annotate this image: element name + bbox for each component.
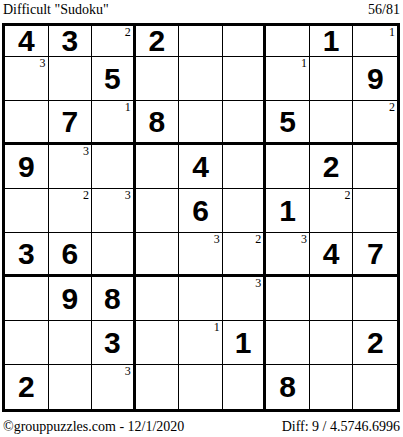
given-digit: 2: [323, 152, 340, 182]
given-digit: 6: [192, 196, 209, 226]
sudoku-cell-r3c1[interactable]: [5, 101, 49, 145]
sudoku-page: Difficult "Sudoku" 56/81 432211351971852…: [0, 0, 403, 437]
sudoku-cell-r6c6[interactable]: 2: [223, 233, 267, 277]
sudoku-cell-r4c7[interactable]: [266, 145, 310, 189]
given-digit: 6: [61, 239, 78, 269]
given-digit: 8: [279, 372, 296, 402]
sudoku-cell-r3c4[interactable]: 8: [136, 101, 180, 145]
sudoku-cell-r5c7[interactable]: 1: [266, 189, 310, 233]
sudoku-cell-r5c4[interactable]: [136, 189, 180, 233]
pencil-mark: 1: [214, 321, 220, 334]
sudoku-cell-r3c9[interactable]: 2: [353, 101, 397, 145]
sudoku-cell-r8c5[interactable]: 1: [179, 321, 223, 365]
pencil-mark: 2: [125, 26, 131, 39]
sudoku-cell-r9c7[interactable]: 8: [266, 365, 310, 409]
sudoku-cell-r2c9[interactable]: 9: [353, 57, 397, 101]
given-digit: 3: [61, 26, 78, 56]
sudoku-cell-r2c3[interactable]: 5: [92, 57, 136, 101]
sudoku-cell-r2c5[interactable]: [179, 57, 223, 101]
copyright-date-text: ©grouppuzzles.com - 12/1/2020: [3, 419, 184, 434]
sudoku-cell-r7c4[interactable]: [136, 277, 180, 321]
sudoku-cell-r5c2[interactable]: 2: [49, 189, 93, 233]
sudoku-cell-r8c7[interactable]: [266, 321, 310, 365]
sudoku-cell-r4c2[interactable]: 3: [49, 145, 93, 189]
sudoku-cell-r1c2[interactable]: 3: [49, 26, 93, 57]
given-digit: 2: [367, 328, 384, 358]
sudoku-cell-r1c3[interactable]: 2: [92, 26, 136, 57]
given-digit: 3: [18, 239, 35, 269]
sudoku-cell-r6c9[interactable]: 7: [353, 233, 397, 277]
sudoku-cell-r8c3[interactable]: 3: [92, 321, 136, 365]
remaining-counter: 56/81: [368, 2, 400, 18]
sudoku-cell-r5c3[interactable]: 3: [92, 189, 136, 233]
pencil-mark: 1: [389, 26, 395, 39]
sudoku-cell-r3c7[interactable]: 5: [266, 101, 310, 145]
sudoku-cell-r5c1[interactable]: [5, 189, 49, 233]
given-digit: 2: [149, 26, 166, 56]
sudoku-cell-r9c9[interactable]: [353, 365, 397, 409]
pencil-mark: 3: [214, 233, 220, 246]
pencil-mark: 2: [83, 189, 89, 202]
sudoku-cell-r9c2[interactable]: [49, 365, 93, 409]
pencil-mark: 3: [83, 145, 89, 158]
header: Difficult "Sudoku" 56/81: [3, 2, 400, 18]
sudoku-cell-r9c3[interactable]: 3: [92, 365, 136, 409]
pencil-mark: 1: [301, 57, 307, 70]
sudoku-cell-r3c6[interactable]: [223, 101, 267, 145]
sudoku-cell-r7c2[interactable]: 9: [49, 277, 93, 321]
pencil-mark: 2: [389, 101, 395, 114]
given-digit: 5: [279, 107, 296, 137]
sudoku-cell-r1c1[interactable]: 4: [5, 26, 49, 57]
sudoku-cell-r1c5[interactable]: [179, 26, 223, 57]
given-digit: 5: [104, 64, 121, 94]
sudoku-cell-r9c4[interactable]: [136, 365, 180, 409]
given-digit: 1: [235, 328, 252, 358]
sudoku-cell-r4c5[interactable]: 4: [179, 145, 223, 189]
sudoku-cell-r7c1[interactable]: [5, 277, 49, 321]
given-digit: 7: [367, 239, 384, 269]
sudoku-cell-r5c5[interactable]: 6: [179, 189, 223, 233]
given-digit: 8: [149, 107, 166, 137]
sudoku-cell-r6c2[interactable]: 6: [49, 233, 93, 277]
sudoku-cell-r7c3[interactable]: 8: [92, 277, 136, 321]
given-digit: 3: [104, 328, 121, 358]
sudoku-cell-r1c9[interactable]: 1: [353, 26, 397, 57]
given-digit: 1: [279, 196, 296, 226]
given-digit: 9: [61, 284, 78, 314]
given-digit: 9: [367, 64, 384, 94]
given-digit: 4: [323, 239, 340, 269]
pencil-mark: 3: [125, 189, 131, 202]
sudoku-cell-r2c8[interactable]: [310, 57, 354, 101]
sudoku-cell-r2c7[interactable]: 1: [266, 57, 310, 101]
sudoku-cell-r8c4[interactable]: [136, 321, 180, 365]
given-digit: 8: [104, 284, 121, 314]
sudoku-cell-r2c4[interactable]: [136, 57, 180, 101]
sudoku-cell-r6c7[interactable]: 3: [266, 233, 310, 277]
sudoku-cell-r4c8[interactable]: 2: [310, 145, 354, 189]
sudoku-cell-r7c8[interactable]: [310, 277, 354, 321]
sudoku-cell-r8c9[interactable]: 2: [353, 321, 397, 365]
sudoku-cell-r6c3[interactable]: [92, 233, 136, 277]
sudoku-cell-r2c2[interactable]: [49, 57, 93, 101]
pencil-mark: 1: [125, 101, 131, 114]
sudoku-cell-r7c5[interactable]: [179, 277, 223, 321]
given-digit: 2: [18, 372, 35, 402]
given-digit: 7: [61, 107, 78, 137]
sudoku-cell-r4c4[interactable]: [136, 145, 180, 189]
sudoku-cell-r7c7[interactable]: [266, 277, 310, 321]
sudoku-cell-r6c4[interactable]: [136, 233, 180, 277]
sudoku-cell-r9c1[interactable]: 2: [5, 365, 49, 409]
pencil-mark: 3: [125, 365, 131, 378]
sudoku-cell-r9c6[interactable]: [223, 365, 267, 409]
sudoku-cell-r4c3[interactable]: [92, 145, 136, 189]
puzzle-title: Difficult "Sudoku": [3, 2, 109, 18]
pencil-mark: 3: [255, 277, 261, 290]
sudoku-cell-r1c7[interactable]: [266, 26, 310, 57]
sudoku-cell-r3c5[interactable]: [179, 101, 223, 145]
pencil-mark: 2: [255, 233, 261, 246]
sudoku-cell-r9c8[interactable]: [310, 365, 354, 409]
sudoku-board: 4322113519718529342236123632347983311223…: [2, 23, 400, 412]
sudoku-cell-r5c8[interactable]: 2: [310, 189, 354, 233]
footer: ©grouppuzzles.com - 12/1/2020 Diff: 9 / …: [3, 419, 400, 434]
sudoku-cell-r3c2[interactable]: 7: [49, 101, 93, 145]
given-digit: 4: [18, 26, 35, 56]
sudoku-cell-r7c9[interactable]: [353, 277, 397, 321]
sudoku-cell-r1c4[interactable]: 2: [136, 26, 180, 57]
given-digit: 1: [323, 26, 340, 56]
sudoku-cell-r3c3[interactable]: 1: [92, 101, 136, 145]
sudoku-cell-r6c1[interactable]: 3: [5, 233, 49, 277]
pencil-mark: 2: [344, 189, 350, 202]
difficulty-text: Diff: 9 / 4.5746.6996: [282, 419, 400, 434]
sudoku-cell-r2c6[interactable]: [223, 57, 267, 101]
sudoku-cell-r2c1[interactable]: 3: [5, 57, 49, 101]
sudoku-cell-r6c8[interactable]: 4: [310, 233, 354, 277]
sudoku-cell-r1c6[interactable]: [223, 26, 267, 57]
sudoku-cell-r5c6[interactable]: [223, 189, 267, 233]
sudoku-cell-r8c2[interactable]: [49, 321, 93, 365]
pencil-mark: 3: [301, 233, 307, 246]
given-digit: 9: [18, 152, 35, 182]
pencil-mark: 3: [40, 57, 46, 70]
sudoku-cell-r4c6[interactable]: [223, 145, 267, 189]
sudoku-cell-r8c1[interactable]: [5, 321, 49, 365]
sudoku-cell-r7c6[interactable]: 3: [223, 277, 267, 321]
sudoku-cell-r3c8[interactable]: [310, 101, 354, 145]
sudoku-cell-r4c1[interactable]: 9: [5, 145, 49, 189]
sudoku-cell-r5c9[interactable]: [353, 189, 397, 233]
sudoku-cell-r8c8[interactable]: [310, 321, 354, 365]
sudoku-cell-r4c9[interactable]: [353, 145, 397, 189]
sudoku-cell-r6c5[interactable]: 3: [179, 233, 223, 277]
sudoku-cell-r8c6[interactable]: 1: [223, 321, 267, 365]
sudoku-cell-r9c5[interactable]: [179, 365, 223, 409]
given-digit: 4: [192, 152, 209, 182]
sudoku-cell-r1c8[interactable]: 1: [310, 26, 354, 57]
